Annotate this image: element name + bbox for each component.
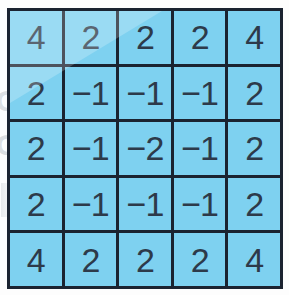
cell-r2c2: −1 bbox=[65, 67, 117, 120]
page: G G 422242−1−1−122−1−2−122−1−1−1242224 bbox=[0, 0, 289, 295]
cell-r3c1: 2 bbox=[10, 122, 62, 175]
cell-r1c4: 2 bbox=[174, 11, 226, 64]
cell-r4c2: −1 bbox=[65, 178, 117, 231]
cell-r1c2: 2 bbox=[65, 11, 117, 64]
cell-r3c2: −1 bbox=[65, 122, 117, 175]
cell-r5c4: 2 bbox=[174, 233, 226, 286]
cell-r5c3: 2 bbox=[119, 233, 171, 286]
cell-r5c2: 2 bbox=[65, 233, 117, 286]
cell-r2c5: 2 bbox=[228, 67, 280, 120]
cell-r5c1: 4 bbox=[10, 233, 62, 286]
cell-r2c4: −1 bbox=[174, 67, 226, 120]
cell-r3c4: −1 bbox=[174, 122, 226, 175]
cell-r3c3: −2 bbox=[119, 122, 171, 175]
cell-r1c1: 4 bbox=[10, 11, 62, 64]
cell-r4c3: −1 bbox=[119, 178, 171, 231]
cell-r4c4: −1 bbox=[174, 178, 226, 231]
cell-r4c1: 2 bbox=[10, 178, 62, 231]
cell-r3c5: 2 bbox=[228, 122, 280, 175]
cell-r1c3: 2 bbox=[119, 11, 171, 64]
cell-r4c5: 2 bbox=[228, 178, 280, 231]
cell-r1c5: 4 bbox=[228, 11, 280, 64]
cell-r2c3: −1 bbox=[119, 67, 171, 120]
cell-r2c1: 2 bbox=[10, 67, 62, 120]
number-grid-board: 422242−1−1−122−1−2−122−1−1−1242224 bbox=[7, 8, 283, 289]
cell-r5c5: 4 bbox=[228, 233, 280, 286]
